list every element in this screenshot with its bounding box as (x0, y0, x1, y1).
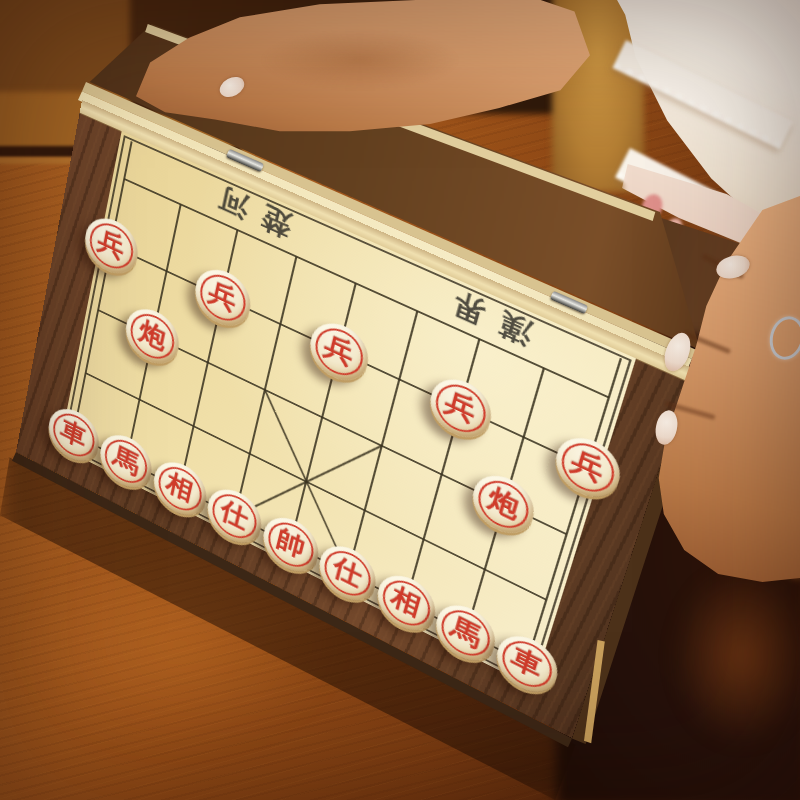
piece-general[interactable]: 帥 (258, 508, 323, 581)
piece-soldier-1[interactable]: 兵 (81, 209, 142, 282)
piece-advisor-left[interactable]: 仕 (203, 480, 266, 552)
piece-soldier-5[interactable]: 兵 (305, 313, 374, 389)
left-hand-knuckle-shading (260, 30, 460, 90)
piece-chariot-right[interactable]: 車 (491, 625, 564, 701)
piece-elephant-right[interactable]: 相 (372, 565, 441, 640)
piece-cannon-left[interactable]: 炮 (122, 300, 184, 373)
piece-cannon-right[interactable]: 炮 (467, 465, 540, 543)
piece-horse-right[interactable]: 馬 (431, 595, 502, 671)
piece-horse-left[interactable]: 馬 (96, 426, 156, 497)
piece-soldier-3[interactable]: 兵 (190, 260, 255, 335)
photo-scene: 楚河 漢界 車馬相仕帥仕相馬車炮炮兵兵兵兵兵 (0, 0, 800, 800)
floor-warm-glow (672, 566, 800, 746)
piece-soldier-9[interactable]: 兵 (549, 427, 626, 507)
piece-elephant-left[interactable]: 相 (149, 452, 210, 524)
piece-advisor-right[interactable]: 仕 (315, 536, 382, 610)
piece-character: 車 (58, 412, 89, 457)
piece-chariot-left[interactable]: 車 (45, 399, 103, 469)
piece-soldier-7[interactable]: 兵 (424, 369, 497, 447)
